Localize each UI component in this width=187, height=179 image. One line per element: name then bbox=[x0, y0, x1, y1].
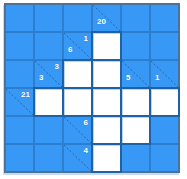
cell-r3c4[interactable] bbox=[122, 89, 149, 115]
down-clue: 6 bbox=[68, 46, 72, 54]
cell-r1c2-clue: 16 bbox=[64, 33, 91, 59]
across-clue: 21 bbox=[21, 91, 30, 99]
cell-r3c1[interactable] bbox=[35, 89, 62, 115]
cell-r2c2[interactable] bbox=[64, 61, 91, 87]
cell-r4c0 bbox=[6, 117, 33, 143]
cell-r1c1 bbox=[35, 33, 62, 59]
cell-r3c3[interactable] bbox=[93, 89, 120, 115]
across-clue: 6 bbox=[84, 119, 88, 127]
kakuro-board: 201633512164 bbox=[4, 3, 180, 173]
cell-r0c2 bbox=[64, 5, 91, 31]
cell-r4c3[interactable] bbox=[93, 117, 120, 143]
across-clue: 4 bbox=[84, 147, 88, 155]
cell-r0c1 bbox=[35, 5, 62, 31]
cell-r1c3[interactable] bbox=[93, 33, 120, 59]
cell-r5c4 bbox=[122, 145, 149, 171]
cell-r0c4 bbox=[122, 5, 149, 31]
cell-r5c3[interactable] bbox=[93, 145, 120, 171]
cell-r2c5-clue: 1 bbox=[151, 61, 178, 87]
cell-r0c5 bbox=[151, 5, 178, 31]
across-clue: 3 bbox=[55, 63, 59, 71]
cell-r0c0 bbox=[6, 5, 33, 31]
cell-r5c1 bbox=[35, 145, 62, 171]
cell-r2c4-clue: 5 bbox=[122, 61, 149, 87]
cell-r3c2[interactable] bbox=[64, 89, 91, 115]
cell-r1c0 bbox=[6, 33, 33, 59]
down-clue: 1 bbox=[155, 74, 159, 82]
cell-r0c3-clue: 20 bbox=[93, 5, 120, 31]
cell-r2c3[interactable] bbox=[93, 61, 120, 87]
cell-r3c5[interactable] bbox=[151, 89, 178, 115]
cell-r1c5 bbox=[151, 33, 178, 59]
cell-r3c0-clue: 21 bbox=[6, 89, 33, 115]
down-clue: 20 bbox=[97, 18, 106, 26]
down-clue: 3 bbox=[39, 74, 43, 82]
cell-r4c5 bbox=[151, 117, 178, 143]
down-clue: 5 bbox=[126, 74, 130, 82]
cell-r1c4 bbox=[122, 33, 149, 59]
cell-r4c2-clue: 6 bbox=[64, 117, 91, 143]
cell-r5c5 bbox=[151, 145, 178, 171]
cell-r2c1-clue: 33 bbox=[35, 61, 62, 87]
cell-r5c0 bbox=[6, 145, 33, 171]
cell-r5c2-clue: 4 bbox=[64, 145, 91, 171]
cell-r4c1 bbox=[35, 117, 62, 143]
across-clue: 1 bbox=[84, 35, 88, 43]
cell-r4c4[interactable] bbox=[122, 117, 149, 143]
cell-r2c0 bbox=[6, 61, 33, 87]
